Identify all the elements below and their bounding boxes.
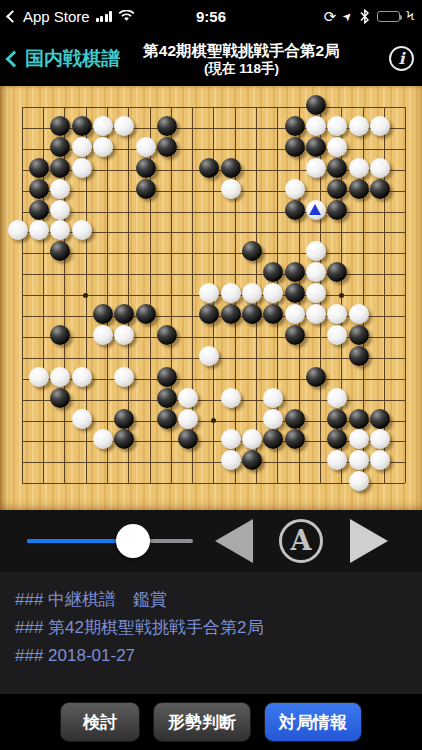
stone-white: [327, 325, 347, 345]
stone-black: [199, 158, 219, 178]
grid-line-h: [22, 337, 405, 338]
stone-white: [285, 179, 305, 199]
stone-white: [50, 179, 70, 199]
signal-bars-icon: [96, 11, 113, 22]
game-title: 第42期棋聖戦挑戦手合第2局: [105, 41, 378, 60]
slider-thumb[interactable]: [116, 524, 150, 558]
stone-black: [157, 325, 177, 345]
stone-white: [93, 116, 113, 136]
stone-white: [50, 220, 70, 240]
nav-title-block: 第42期棋聖戦挑戦手合第2局 (現在 118手): [105, 41, 378, 77]
game-info-button[interactable]: 対局情報: [264, 702, 362, 742]
stone-white: [72, 158, 92, 178]
stone-black: [136, 304, 156, 324]
stone-black: [50, 388, 70, 408]
next-move-button[interactable]: [350, 519, 388, 563]
stone-black: [136, 158, 156, 178]
stone-white: [72, 409, 92, 429]
stone-black: [50, 325, 70, 345]
stone-white: [370, 429, 390, 449]
grid-line-h: [22, 441, 405, 442]
stone-white: [221, 179, 241, 199]
location-arrow-icon: ➤: [340, 8, 356, 24]
battery-icon: [377, 11, 400, 22]
wifi-icon: [118, 10, 135, 22]
stone-black: [370, 179, 390, 199]
stone-black: [327, 200, 347, 220]
stone-white: [327, 137, 347, 157]
stone-white: [306, 304, 326, 324]
stone-white: [221, 450, 241, 470]
stone-white: [114, 367, 134, 387]
kifu-comment-area: ### 中継棋譜 鑑賞 ### 第42期棋聖戦挑戦手合第2局 ### 2018-…: [0, 572, 422, 694]
info-button[interactable]: i: [389, 46, 414, 71]
stone-black: [242, 304, 262, 324]
stone-black: [72, 116, 92, 136]
stone-white: [199, 346, 219, 366]
stone-white: [50, 367, 70, 387]
stone-black: [114, 429, 134, 449]
stone-white: [327, 116, 347, 136]
stone-white: [349, 158, 369, 178]
stone-black: [242, 241, 262, 261]
stone-black: [157, 367, 177, 387]
stone-black: [370, 409, 390, 429]
stone-black: [29, 179, 49, 199]
stone-white: [370, 116, 390, 136]
current-move-count: (現在 118手): [105, 60, 378, 77]
stone-black: [29, 200, 49, 220]
stone-white: [242, 283, 262, 303]
stone-black: [157, 116, 177, 136]
star-point: [211, 418, 216, 423]
kifu-line-2: ### 第42期棋聖戦挑戦手合第2局: [15, 614, 422, 642]
grid-line-v: [405, 107, 406, 483]
stone-black: [199, 304, 219, 324]
stone-black: [349, 409, 369, 429]
stone-white: [93, 325, 113, 345]
go-board[interactable]: [0, 86, 422, 510]
stone-black: [285, 262, 305, 282]
stone-black: [349, 179, 369, 199]
grid-line-h: [22, 400, 405, 401]
stone-white: [93, 137, 113, 157]
stone-black: [285, 283, 305, 303]
stone-white: [93, 429, 113, 449]
stone-white: [199, 283, 219, 303]
stone-black: [136, 179, 156, 199]
stone-black: [263, 262, 283, 282]
stone-white: [72, 220, 92, 240]
status-bar: App Store 9:56 ⟳ ➤ Ϟ: [0, 0, 422, 32]
stone-white: [285, 304, 305, 324]
stone-black: [50, 116, 70, 136]
stone-white: [263, 388, 283, 408]
stone-white: [349, 450, 369, 470]
stone-white: [327, 450, 347, 470]
stone-white: [8, 220, 28, 240]
rotation-lock-icon: ⟳: [324, 9, 337, 24]
stone-white: [370, 158, 390, 178]
back-chevron-icon: [6, 51, 23, 68]
stone-white: [178, 388, 198, 408]
stone-white: [306, 262, 326, 282]
stone-white: [72, 137, 92, 157]
stone-white: [136, 137, 156, 157]
stone-black: [327, 429, 347, 449]
stone-white: [114, 116, 134, 136]
stone-black: [263, 304, 283, 324]
stone-white: [306, 241, 326, 261]
stone-white: [306, 158, 326, 178]
stone-white: [50, 200, 70, 220]
stone-white: [29, 220, 49, 240]
stone-black: [178, 429, 198, 449]
nav-back-button[interactable]: 国内戦棋譜: [0, 46, 120, 72]
stone-black: [50, 241, 70, 261]
star-point: [83, 293, 88, 298]
app-screen: App Store 9:56 ⟳ ➤ Ϟ 国内戦棋譜: [0, 0, 422, 750]
stone-white: [178, 409, 198, 429]
stone-black: [306, 367, 326, 387]
stone-black: [327, 158, 347, 178]
stone-white: [327, 304, 347, 324]
stone-white: [349, 429, 369, 449]
stone-black: [50, 158, 70, 178]
stone-white: [263, 409, 283, 429]
stone-white: [370, 450, 390, 470]
kifu-line-1: ### 中継棋譜 鑑賞: [15, 586, 422, 614]
stone-black: [306, 137, 326, 157]
charging-bolt-icon: Ϟ: [407, 9, 415, 23]
bluetooth-icon: [360, 9, 370, 24]
stone-black: [29, 158, 49, 178]
stone-white: [29, 367, 49, 387]
stone-white: [263, 283, 283, 303]
stone-black: [114, 304, 134, 324]
grid-line-h: [22, 462, 405, 463]
stone-white: [72, 367, 92, 387]
review-button[interactable]: 検討: [60, 702, 140, 742]
back-to-app-label[interactable]: App Store: [23, 8, 90, 25]
bottom-button-bar: 検討 形勢判断 対局情報: [0, 694, 422, 750]
nav-bar: 国内戦棋譜 第42期棋聖戦挑戦手合第2局 (現在 118手) i: [0, 32, 422, 86]
playback-control-bar: A: [0, 510, 422, 572]
stone-black: [93, 304, 113, 324]
stone-white: [221, 388, 241, 408]
back-to-app-chevron-icon[interactable]: [6, 10, 19, 23]
stone-white: [114, 325, 134, 345]
stone-white: [242, 429, 262, 449]
stone-black: [221, 304, 241, 324]
stone-black: [285, 429, 305, 449]
position-judge-button[interactable]: 形勢判断: [153, 702, 251, 742]
move-slider[interactable]: [27, 529, 193, 553]
stone-black: [349, 325, 369, 345]
stone-black: [157, 137, 177, 157]
stone-black: [285, 325, 305, 345]
stone-black: [306, 95, 326, 115]
star-point: [339, 293, 344, 298]
last-move-marker: [309, 204, 321, 215]
stone-black: [285, 116, 305, 136]
auto-play-button[interactable]: A: [279, 519, 323, 563]
stone-white: [221, 283, 241, 303]
stone-black: [114, 409, 134, 429]
stone-white: [349, 471, 369, 491]
stone-white: [306, 283, 326, 303]
stone-black: [285, 409, 305, 429]
stone-black: [349, 346, 369, 366]
previous-move-button[interactable]: [215, 519, 253, 563]
stone-black: [327, 179, 347, 199]
stone-white: [349, 304, 369, 324]
grid-line-h: [22, 483, 405, 484]
stone-white: [349, 116, 369, 136]
stone-black: [327, 262, 347, 282]
stone-white: [327, 388, 347, 408]
stone-black: [285, 137, 305, 157]
stone-black: [327, 409, 347, 429]
stone-black: [285, 200, 305, 220]
stone-black: [157, 388, 177, 408]
stone-black: [221, 158, 241, 178]
kifu-line-3: ### 2018-01-27: [15, 642, 422, 670]
stone-black: [242, 450, 262, 470]
stone-white: [221, 429, 241, 449]
stone-black: [263, 429, 283, 449]
stone-white: [306, 116, 326, 136]
stone-black: [50, 137, 70, 157]
stone-black: [157, 409, 177, 429]
